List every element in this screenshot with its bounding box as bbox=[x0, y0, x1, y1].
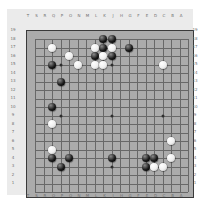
black-stone bbox=[57, 78, 65, 86]
row-label-right: 3 bbox=[194, 164, 197, 168]
grid-line-vertical bbox=[129, 39, 130, 192]
white-stone bbox=[48, 44, 56, 52]
column-label-bottom: T bbox=[27, 194, 29, 198]
black-stone bbox=[108, 35, 116, 43]
hoshi-point bbox=[110, 114, 113, 117]
column-label-top: E bbox=[146, 14, 149, 18]
row-label-left: 13 bbox=[10, 79, 15, 83]
column-label-top: H bbox=[120, 14, 123, 18]
black-stone bbox=[65, 154, 73, 162]
black-stone bbox=[125, 44, 133, 52]
grid-line-vertical bbox=[171, 39, 172, 192]
black-stone bbox=[99, 35, 107, 43]
column-label-top: R bbox=[44, 14, 47, 18]
grid-line-vertical bbox=[180, 39, 181, 192]
column-label-top: F bbox=[137, 14, 139, 18]
white-stone bbox=[159, 163, 167, 171]
white-stone bbox=[99, 52, 107, 60]
column-label-top: S bbox=[35, 14, 38, 18]
row-label-left: 7 bbox=[12, 130, 15, 134]
column-label-bottom: J bbox=[112, 194, 113, 198]
column-label-bottom: O bbox=[69, 194, 72, 198]
column-label-top: M bbox=[86, 14, 89, 18]
column-label-top: O bbox=[69, 14, 72, 18]
black-stone bbox=[57, 163, 65, 171]
column-label-bottom: H bbox=[120, 194, 123, 198]
column-label-bottom: F bbox=[137, 194, 139, 198]
white-stone bbox=[167, 137, 175, 145]
row-label-right: 9 bbox=[194, 113, 197, 117]
grid-line-horizontal bbox=[35, 133, 188, 134]
white-stone bbox=[74, 61, 82, 69]
grid-line-horizontal bbox=[35, 175, 188, 176]
column-label-bottom: Q bbox=[52, 194, 55, 198]
row-label-right: 4 bbox=[194, 156, 197, 160]
black-stone bbox=[91, 52, 99, 60]
row-label-left: 2 bbox=[12, 173, 15, 177]
black-stone bbox=[108, 52, 116, 60]
grid-line-vertical bbox=[120, 39, 121, 192]
white-stone bbox=[65, 52, 73, 60]
column-label-bottom: K bbox=[103, 194, 106, 198]
row-label-left: 11 bbox=[10, 96, 15, 100]
grid-line-horizontal bbox=[35, 124, 188, 125]
row-label-left: 5 bbox=[12, 147, 15, 151]
column-label-bottom: E bbox=[146, 194, 149, 198]
black-stone bbox=[48, 154, 56, 162]
row-label-right: 14 bbox=[192, 71, 197, 75]
column-label-bottom: N bbox=[78, 194, 81, 198]
column-label-top: C bbox=[163, 14, 166, 18]
row-label-right: 19 bbox=[192, 28, 197, 32]
column-label-top: B bbox=[171, 14, 174, 18]
column-label-bottom: B bbox=[171, 194, 174, 198]
column-label-top: L bbox=[95, 14, 97, 18]
row-label-right: 6 bbox=[194, 139, 197, 143]
row-label-right: 8 bbox=[194, 122, 197, 126]
column-label-bottom: M bbox=[86, 194, 89, 198]
row-label-left: 12 bbox=[10, 88, 15, 92]
white-stone bbox=[91, 44, 99, 52]
grid-line-vertical bbox=[137, 39, 138, 192]
row-label-left: 18 bbox=[10, 37, 15, 41]
column-label-top: P bbox=[61, 14, 63, 18]
column-label-bottom: G bbox=[128, 194, 131, 198]
row-label-right: 18 bbox=[192, 37, 197, 41]
hoshi-point bbox=[59, 114, 62, 117]
row-label-left: 6 bbox=[12, 139, 15, 143]
column-label-bottom: D bbox=[154, 194, 157, 198]
row-label-right: 10 bbox=[192, 105, 197, 109]
row-label-left: 14 bbox=[10, 71, 15, 75]
row-label-left: 1 bbox=[12, 181, 15, 185]
black-stone bbox=[108, 154, 116, 162]
grid-line-vertical bbox=[188, 39, 189, 192]
row-label-right: 13 bbox=[192, 79, 197, 83]
column-label-top: A bbox=[180, 14, 183, 18]
row-label-right: 11 bbox=[192, 96, 197, 100]
row-label-left: 8 bbox=[12, 122, 15, 126]
column-label-top: N bbox=[78, 14, 81, 18]
hoshi-point bbox=[110, 63, 113, 66]
hoshi-point bbox=[110, 165, 113, 168]
go-diagram: TTSSRRQQPPOONNMMLLKKJJHHGGFFEEDDCCBBAA19… bbox=[7, 9, 193, 195]
white-stone bbox=[108, 44, 116, 52]
white-stone bbox=[48, 146, 56, 154]
row-label-right: 2 bbox=[194, 173, 197, 177]
page-background: TTSSRRQQPPOONNMMLLKKJJHHGGFFEEDDCCBBAA19… bbox=[0, 0, 200, 200]
row-label-left: 16 bbox=[10, 54, 15, 58]
go-board-grid[interactable] bbox=[26, 30, 194, 198]
column-label-top: K bbox=[103, 14, 106, 18]
column-label-top: J bbox=[112, 14, 113, 18]
row-label-right: 7 bbox=[194, 130, 197, 134]
white-stone bbox=[99, 61, 107, 69]
row-label-right: 5 bbox=[194, 147, 197, 151]
white-stone bbox=[167, 154, 175, 162]
hoshi-point bbox=[161, 114, 164, 117]
grid-line-horizontal bbox=[35, 141, 188, 142]
row-label-left: 3 bbox=[12, 164, 15, 168]
grid-line-horizontal bbox=[35, 150, 188, 151]
column-label-top: Q bbox=[52, 14, 55, 18]
column-label-bottom: P bbox=[61, 194, 63, 198]
row-label-left: 10 bbox=[10, 105, 15, 109]
white-stone bbox=[159, 61, 167, 69]
column-label-bottom: S bbox=[35, 194, 38, 198]
row-label-left: 19 bbox=[10, 28, 15, 32]
hoshi-point bbox=[59, 63, 62, 66]
black-stone bbox=[142, 163, 150, 171]
column-label-bottom: A bbox=[180, 194, 183, 198]
column-label-bottom: C bbox=[163, 194, 166, 198]
black-stone bbox=[142, 154, 150, 162]
row-label-right: 1 bbox=[194, 181, 197, 185]
column-label-top: G bbox=[128, 14, 131, 18]
column-label-top: D bbox=[154, 14, 157, 18]
black-stone bbox=[48, 103, 56, 111]
white-stone bbox=[150, 163, 158, 171]
black-stone bbox=[150, 154, 158, 162]
white-stone bbox=[48, 120, 56, 128]
row-label-right: 16 bbox=[192, 54, 197, 58]
row-label-left: 15 bbox=[10, 62, 15, 66]
white-stone bbox=[91, 61, 99, 69]
column-label-bottom: L bbox=[95, 194, 97, 198]
column-label-top: T bbox=[27, 14, 29, 18]
row-label-right: 15 bbox=[192, 62, 197, 66]
black-stone bbox=[48, 61, 56, 69]
grid-line-horizontal bbox=[35, 184, 188, 185]
column-label-bottom: R bbox=[44, 194, 47, 198]
row-label-right: 17 bbox=[192, 45, 197, 49]
row-label-left: 9 bbox=[12, 113, 15, 117]
row-label-right: 12 bbox=[192, 88, 197, 92]
row-label-left: 4 bbox=[12, 156, 15, 160]
black-stone bbox=[99, 44, 107, 52]
row-label-left: 17 bbox=[10, 45, 15, 49]
